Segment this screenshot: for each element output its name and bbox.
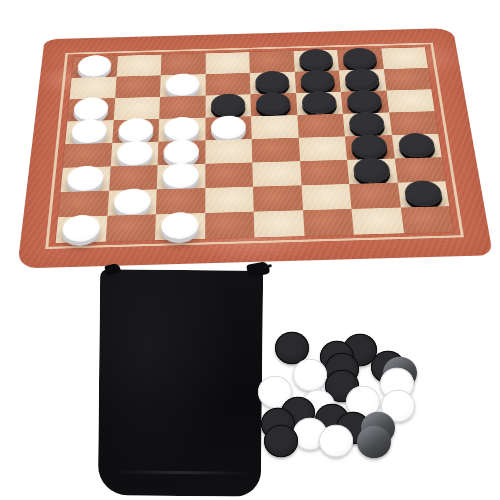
white-piece-c6[interactable] [163, 163, 200, 189]
black-pile-disc-4[interactable] [371, 351, 405, 383]
white-piece-a8[interactable] [62, 214, 102, 242]
square-c7[interactable] [156, 188, 205, 214]
black-pile-disc-22[interactable] [264, 425, 298, 457]
white-piece-c2[interactable] [165, 73, 200, 96]
square-a2[interactable] [70, 77, 117, 100]
square-f2[interactable] [294, 70, 340, 93]
square-d7[interactable] [205, 187, 254, 213]
white-piece-b7[interactable] [113, 188, 151, 215]
square-c4[interactable] [158, 118, 205, 142]
square-a8[interactable] [56, 216, 107, 243]
square-g5[interactable] [345, 135, 394, 160]
square-e4[interactable] [251, 115, 298, 139]
drawstring-knot-icon [246, 261, 270, 278]
white-pile-disc-10[interactable] [258, 376, 292, 408]
square-g2[interactable] [339, 69, 386, 92]
square-f4[interactable] [297, 114, 345, 138]
checkers-mat-wrapper [7, 0, 493, 269]
square-b4[interactable] [112, 119, 159, 143]
square-c8[interactable] [155, 213, 205, 240]
square-e2[interactable] [250, 72, 296, 95]
white-pile-disc-7[interactable] [293, 359, 327, 391]
square-f8[interactable] [303, 209, 354, 236]
black-pile-disc-1[interactable] [275, 332, 309, 364]
black-piece-g5[interactable] [350, 134, 388, 159]
white-pile-disc-11[interactable] [346, 386, 380, 418]
white-pile-disc-19[interactable] [293, 418, 327, 450]
white-piece-d4[interactable] [211, 115, 246, 140]
square-h7[interactable] [397, 181, 449, 207]
black-pile-disc-16[interactable] [261, 408, 295, 440]
black-pile-disc-3[interactable] [320, 341, 354, 373]
square-c6[interactable] [157, 164, 205, 190]
white-pile-disc-8[interactable] [380, 368, 414, 400]
square-d1[interactable] [205, 52, 250, 74]
square-b3[interactable] [113, 97, 160, 120]
storage-pouch [98, 269, 263, 497]
black-piece-g1[interactable] [342, 47, 378, 69]
square-e3[interactable] [250, 93, 297, 116]
square-d5[interactable] [205, 139, 252, 164]
white-pile-disc-13[interactable] [301, 390, 335, 422]
square-d6[interactable] [205, 162, 253, 188]
white-piece-a3[interactable] [73, 97, 109, 121]
square-b1[interactable] [116, 55, 161, 77]
white-piece-a1[interactable] [77, 55, 112, 78]
black-pile-disc-6[interactable] [325, 353, 359, 385]
square-c3[interactable] [159, 96, 205, 119]
square-g8[interactable] [351, 208, 403, 235]
square-e1[interactable] [249, 51, 294, 73]
white-piece-c8[interactable] [161, 212, 199, 240]
black-pile-disc-9[interactable] [325, 370, 359, 402]
gray-pile-disc-5[interactable] [383, 357, 417, 389]
square-e7[interactable] [253, 185, 303, 211]
drawstring-tab-icon [104, 263, 121, 276]
white-piece-a6[interactable] [66, 165, 104, 191]
white-piece-c4[interactable] [164, 116, 200, 141]
black-piece-f1[interactable] [298, 49, 333, 71]
square-a6[interactable] [61, 166, 111, 192]
square-b5[interactable] [110, 142, 158, 167]
square-h6[interactable] [394, 157, 445, 182]
black-piece-e2[interactable] [255, 71, 290, 94]
square-a5[interactable] [63, 143, 112, 168]
square-d8[interactable] [205, 212, 255, 239]
pouch-crease [111, 470, 251, 474]
square-a1[interactable] [72, 56, 118, 78]
gray-pile-disc-21[interactable] [357, 426, 391, 458]
square-g4[interactable] [343, 112, 392, 136]
white-piece-b4[interactable] [117, 118, 153, 143]
black-piece-d3[interactable] [211, 93, 246, 117]
square-d2[interactable] [205, 73, 250, 96]
square-a7[interactable] [58, 191, 109, 217]
square-e5[interactable] [252, 138, 300, 163]
square-f6[interactable] [300, 160, 350, 185]
square-e8[interactable] [254, 210, 304, 237]
square-g3[interactable] [341, 90, 389, 113]
square-f1[interactable] [293, 50, 339, 72]
square-f3[interactable] [296, 92, 343, 115]
square-h1[interactable] [381, 47, 428, 69]
square-h8[interactable] [400, 206, 453, 233]
checkers-mat [17, 28, 493, 269]
black-piece-f2[interactable] [300, 69, 336, 92]
square-h3[interactable] [386, 89, 435, 112]
gray-pile-disc-18[interactable] [361, 412, 395, 444]
black-piece-h7[interactable] [403, 180, 443, 207]
square-e6[interactable] [252, 161, 301, 187]
square-b8[interactable] [105, 214, 156, 241]
black-piece-g4[interactable] [348, 111, 386, 135]
square-a4[interactable] [65, 120, 113, 144]
black-pile-disc-14[interactable] [281, 397, 315, 429]
square-h2[interactable] [383, 68, 431, 91]
black-piece-h5[interactable] [397, 133, 436, 158]
black-piece-f3[interactable] [301, 91, 337, 115]
black-pile-disc-2[interactable] [343, 334, 377, 366]
board-field [56, 47, 454, 243]
square-b7[interactable] [107, 189, 157, 215]
white-pile-disc-12[interactable] [381, 390, 415, 422]
square-b6[interactable] [109, 165, 158, 191]
white-piece-b5[interactable] [116, 140, 153, 165]
square-b2[interactable] [115, 75, 161, 98]
square-g6[interactable] [347, 159, 397, 184]
black-pile-disc-17[interactable] [336, 412, 370, 444]
black-piece-g2[interactable] [344, 68, 380, 91]
square-f5[interactable] [298, 136, 347, 161]
square-c1[interactable] [161, 53, 206, 75]
square-f7[interactable] [301, 184, 351, 210]
square-d4[interactable] [205, 116, 252, 140]
square-c5[interactable] [158, 140, 205, 165]
square-h5[interactable] [392, 134, 442, 159]
black-piece-g3[interactable] [346, 89, 383, 113]
square-d3[interactable] [205, 94, 251, 117]
white-pile-disc-20[interactable] [319, 425, 353, 457]
square-h4[interactable] [389, 111, 438, 135]
black-pile-disc-15[interactable] [315, 404, 349, 436]
square-c2[interactable] [160, 74, 205, 97]
white-piece-a4[interactable] [71, 119, 108, 144]
square-g7[interactable] [349, 183, 400, 209]
black-piece-g6[interactable] [353, 157, 392, 183]
white-piece-c5[interactable] [163, 139, 199, 164]
product-photo-scene [0, 0, 500, 500]
black-piece-e3[interactable] [256, 92, 292, 116]
square-a3[interactable] [67, 98, 114, 121]
square-g1[interactable] [337, 48, 383, 70]
